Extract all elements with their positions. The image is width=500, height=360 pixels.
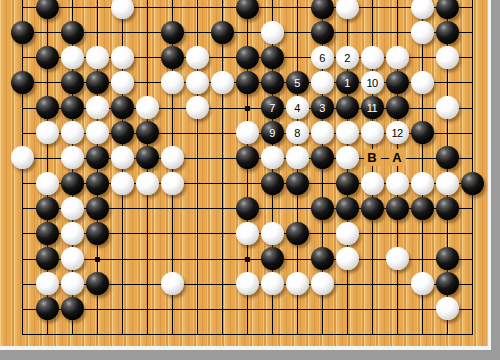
black-stone (386, 96, 409, 119)
white-stone (36, 121, 59, 144)
black-stone (236, 197, 259, 220)
white-stone (311, 71, 334, 94)
white-stone (211, 71, 234, 94)
white-stone (161, 71, 184, 94)
black-stone (61, 297, 84, 320)
white-stone (361, 46, 384, 69)
star-point (95, 257, 100, 262)
black-stone (436, 197, 459, 220)
white-stone (136, 96, 159, 119)
black-stone (36, 96, 59, 119)
black-stone (136, 146, 159, 169)
grid-line-horizontal-13 (22, 309, 473, 310)
black-stone (136, 121, 159, 144)
move-number-label: 9 (261, 122, 284, 145)
black-stone (311, 21, 334, 44)
move-number-label: 10 (361, 72, 384, 95)
white-stone (411, 0, 434, 19)
black-stone (36, 247, 59, 270)
move-number-label: 8 (286, 122, 309, 145)
black-stone (261, 71, 284, 94)
white-stone (236, 222, 259, 245)
black-stone (311, 197, 334, 220)
black-stone (36, 46, 59, 69)
white-stone (111, 146, 134, 169)
white-stone (236, 121, 259, 144)
white-stone (411, 272, 434, 295)
white-stone (386, 247, 409, 270)
grid-line-vertical-9 (222, 0, 223, 335)
white-stone (161, 172, 184, 195)
white-stone (386, 46, 409, 69)
black-stone (311, 146, 334, 169)
white-stone (61, 197, 84, 220)
white-stone (336, 222, 359, 245)
black-stone (436, 272, 459, 295)
white-stone (436, 297, 459, 320)
white-stone (61, 272, 84, 295)
move-number-label: 11 (361, 97, 384, 120)
white-stone (261, 146, 284, 169)
white-stone (336, 121, 359, 144)
white-stone (411, 172, 434, 195)
white-stone (111, 0, 134, 19)
white-stone (86, 46, 109, 69)
grid-line-horizontal-14 (22, 334, 473, 335)
white-stone (436, 46, 459, 69)
white-stone (336, 247, 359, 270)
white-stone (336, 146, 359, 169)
black-stone (61, 172, 84, 195)
letter-label-B: B (364, 149, 381, 166)
black-stone (86, 172, 109, 195)
black-stone (111, 96, 134, 119)
white-stone (11, 146, 34, 169)
white-stone (61, 247, 84, 270)
move-number-label: 1 (336, 72, 359, 95)
black-stone (236, 71, 259, 94)
white-stone (61, 121, 84, 144)
black-stone (336, 172, 359, 195)
black-stone (311, 247, 334, 270)
white-stone (61, 146, 84, 169)
white-stone (186, 71, 209, 94)
white-stone (261, 21, 284, 44)
black-stone (261, 46, 284, 69)
black-stone (86, 222, 109, 245)
white-stone (161, 272, 184, 295)
white-stone (436, 96, 459, 119)
black-stone (86, 146, 109, 169)
black-stone (436, 21, 459, 44)
white-stone (61, 222, 84, 245)
white-stone (311, 272, 334, 295)
board-edge-highlight-right (488, 0, 491, 350)
white-stone (161, 146, 184, 169)
black-stone (11, 71, 34, 94)
black-stone (261, 172, 284, 195)
black-stone (11, 21, 34, 44)
move-number-label: 6 (311, 47, 334, 70)
white-stone (436, 172, 459, 195)
black-stone (261, 247, 284, 270)
black-stone (61, 21, 84, 44)
black-stone (36, 297, 59, 320)
black-stone (86, 71, 109, 94)
black-stone (336, 197, 359, 220)
white-stone (86, 96, 109, 119)
black-stone (36, 197, 59, 220)
star-point (245, 257, 250, 262)
black-stone (436, 247, 459, 270)
black-stone (61, 96, 84, 119)
black-stone (461, 172, 484, 195)
black-stone (336, 96, 359, 119)
white-stone (336, 0, 359, 19)
black-stone (211, 21, 234, 44)
black-stone (36, 222, 59, 245)
white-stone (111, 172, 134, 195)
grid-line-horizontal-2 (22, 32, 473, 33)
black-stone (436, 146, 459, 169)
move-number-label: 3 (311, 97, 334, 120)
white-stone (186, 46, 209, 69)
star-point (245, 106, 250, 111)
move-number-label: 2 (336, 47, 359, 70)
go-app-window: 123456789101112BA (0, 0, 500, 360)
white-stone (286, 272, 309, 295)
black-stone (236, 46, 259, 69)
white-stone (186, 96, 209, 119)
black-stone (236, 0, 259, 19)
white-stone (261, 272, 284, 295)
black-stone (236, 146, 259, 169)
letter-label-A: A (389, 149, 406, 166)
white-stone (411, 21, 434, 44)
black-stone (86, 197, 109, 220)
black-stone (86, 272, 109, 295)
black-stone (386, 71, 409, 94)
black-stone (161, 46, 184, 69)
white-stone (36, 272, 59, 295)
black-stone (411, 121, 434, 144)
white-stone (236, 272, 259, 295)
white-stone (386, 172, 409, 195)
black-stone (36, 0, 59, 19)
white-stone (411, 71, 434, 94)
white-stone (111, 46, 134, 69)
black-stone (361, 197, 384, 220)
move-number-label: 5 (286, 72, 309, 95)
move-number-label: 4 (286, 97, 309, 120)
white-stone (136, 172, 159, 195)
grid-line-vertical-19 (472, 0, 473, 335)
white-stone (261, 222, 284, 245)
black-stone (286, 222, 309, 245)
white-stone (61, 46, 84, 69)
white-stone (361, 121, 384, 144)
black-stone (411, 197, 434, 220)
go-board[interactable]: 123456789101112BA (0, 0, 488, 346)
white-stone (36, 172, 59, 195)
white-stone (86, 121, 109, 144)
move-number-label: 7 (261, 97, 284, 120)
white-stone (286, 146, 309, 169)
black-stone (386, 197, 409, 220)
white-stone (311, 121, 334, 144)
black-stone (161, 21, 184, 44)
board-edge-highlight-bottom (0, 346, 491, 350)
black-stone (286, 172, 309, 195)
black-stone (61, 71, 84, 94)
black-stone (311, 0, 334, 19)
white-stone (111, 71, 134, 94)
black-stone (111, 121, 134, 144)
black-stone (436, 0, 459, 19)
move-number-label: 12 (386, 122, 409, 145)
white-stone (361, 172, 384, 195)
